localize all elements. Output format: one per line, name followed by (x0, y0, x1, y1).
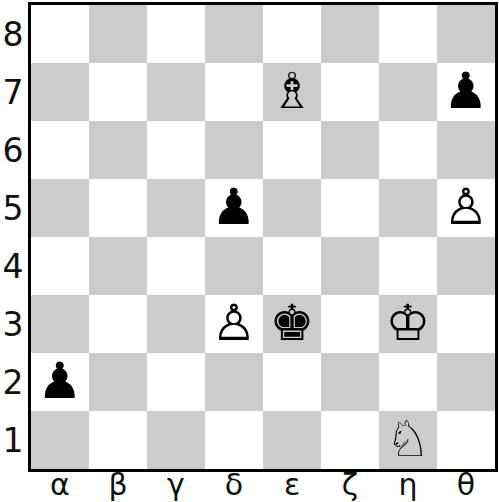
piece-white-knight[interactable]: ♘ (386, 411, 431, 468)
square-ζ3[interactable] (321, 295, 379, 353)
rank-label-4: 4 (0, 237, 26, 295)
rank-labels: 87654321 (0, 5, 26, 469)
square-α5[interactable] (31, 179, 89, 237)
square-α6[interactable] (31, 121, 89, 179)
square-η1[interactable]: ♘ (379, 411, 437, 469)
piece-white-bishop[interactable]: ♗ (270, 63, 315, 120)
piece-black-pawn[interactable]: ♟ (212, 179, 257, 236)
square-θ7[interactable]: ♟ (437, 63, 495, 121)
square-α4[interactable] (31, 237, 89, 295)
file-label-η: η (379, 470, 437, 500)
piece-white-pawn[interactable]: ♙ (444, 179, 489, 236)
square-ε2[interactable] (263, 353, 321, 411)
square-ζ7[interactable] (321, 63, 379, 121)
square-β2[interactable] (89, 353, 147, 411)
piece-black-pawn[interactable]: ♟ (38, 353, 83, 410)
piece-black-king[interactable]: ♚ (270, 295, 315, 352)
chess-diagram: 87654321 ♗♟♟♙♙♚♔♟♘ αβγδεζηθ (0, 0, 499, 502)
square-δ7[interactable] (205, 63, 263, 121)
square-ζ1[interactable] (321, 411, 379, 469)
file-labels: αβγδεζηθ (31, 470, 495, 500)
square-δ6[interactable] (205, 121, 263, 179)
piece-white-king[interactable]: ♔ (386, 295, 431, 352)
square-ε8[interactable] (263, 5, 321, 63)
square-θ3[interactable] (437, 295, 495, 353)
square-γ5[interactable] (147, 179, 205, 237)
rank-label-6: 6 (0, 121, 26, 179)
square-ε4[interactable] (263, 237, 321, 295)
square-γ4[interactable] (147, 237, 205, 295)
rank-label-1: 1 (0, 411, 26, 469)
file-label-δ: δ (205, 470, 263, 500)
square-θ1[interactable] (437, 411, 495, 469)
square-α3[interactable] (31, 295, 89, 353)
square-ε5[interactable] (263, 179, 321, 237)
rank-label-2: 2 (0, 353, 26, 411)
file-label-γ: γ (147, 470, 205, 500)
square-β3[interactable] (89, 295, 147, 353)
square-δ5[interactable]: ♟ (205, 179, 263, 237)
square-ε7[interactable]: ♗ (263, 63, 321, 121)
square-β6[interactable] (89, 121, 147, 179)
square-δ2[interactable] (205, 353, 263, 411)
square-ζ6[interactable] (321, 121, 379, 179)
square-δ3[interactable]: ♙ (205, 295, 263, 353)
file-label-θ: θ (437, 470, 495, 500)
chess-board: ♗♟♟♙♙♚♔♟♘ (28, 2, 498, 472)
square-η6[interactable] (379, 121, 437, 179)
square-ζ4[interactable] (321, 237, 379, 295)
square-γ6[interactable] (147, 121, 205, 179)
rank-label-3: 3 (0, 295, 26, 353)
square-δ4[interactable] (205, 237, 263, 295)
square-η3[interactable]: ♔ (379, 295, 437, 353)
square-ε6[interactable] (263, 121, 321, 179)
square-γ8[interactable] (147, 5, 205, 63)
file-label-ζ: ζ (321, 470, 379, 500)
square-η7[interactable] (379, 63, 437, 121)
square-γ1[interactable] (147, 411, 205, 469)
square-θ5[interactable]: ♙ (437, 179, 495, 237)
piece-black-pawn[interactable]: ♟ (444, 63, 489, 120)
rank-label-8: 8 (0, 5, 26, 63)
square-η2[interactable] (379, 353, 437, 411)
square-θ6[interactable] (437, 121, 495, 179)
square-β8[interactable] (89, 5, 147, 63)
square-δ8[interactable] (205, 5, 263, 63)
square-θ4[interactable] (437, 237, 495, 295)
square-η4[interactable] (379, 237, 437, 295)
square-β5[interactable] (89, 179, 147, 237)
square-β1[interactable] (89, 411, 147, 469)
square-ε3[interactable]: ♚ (263, 295, 321, 353)
square-α1[interactable] (31, 411, 89, 469)
square-η8[interactable] (379, 5, 437, 63)
square-α2[interactable]: ♟ (31, 353, 89, 411)
square-γ2[interactable] (147, 353, 205, 411)
square-γ7[interactable] (147, 63, 205, 121)
file-label-ε: ε (263, 470, 321, 500)
square-γ3[interactable] (147, 295, 205, 353)
rank-label-7: 7 (0, 63, 26, 121)
square-α8[interactable] (31, 5, 89, 63)
file-label-α: α (31, 470, 89, 500)
square-ε1[interactable] (263, 411, 321, 469)
square-θ2[interactable] (437, 353, 495, 411)
square-β4[interactable] (89, 237, 147, 295)
file-label-β: β (89, 470, 147, 500)
square-α7[interactable] (31, 63, 89, 121)
rank-label-5: 5 (0, 179, 26, 237)
square-ζ2[interactable] (321, 353, 379, 411)
square-β7[interactable] (89, 63, 147, 121)
piece-white-pawn[interactable]: ♙ (212, 295, 257, 352)
square-η5[interactable] (379, 179, 437, 237)
square-ζ5[interactable] (321, 179, 379, 237)
square-δ1[interactable] (205, 411, 263, 469)
square-ζ8[interactable] (321, 5, 379, 63)
square-θ8[interactable] (437, 5, 495, 63)
